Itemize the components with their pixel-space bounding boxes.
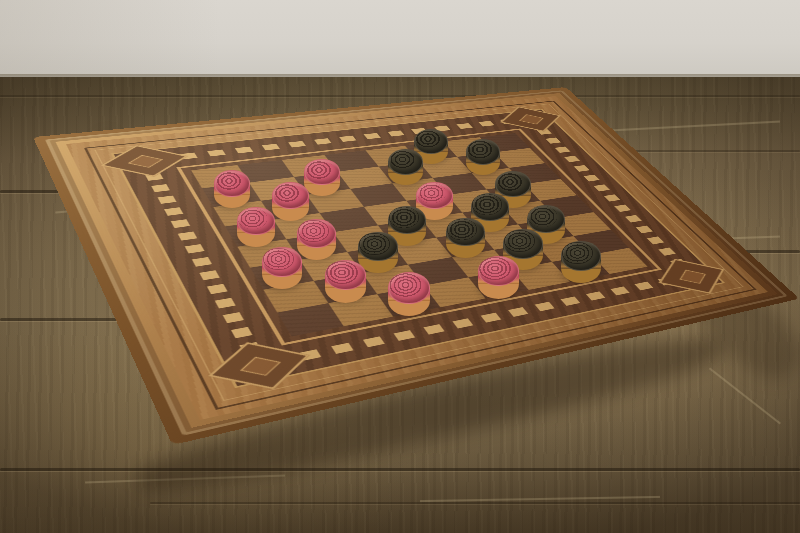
piece-top-face xyxy=(214,170,250,197)
concentric-rings-engraving xyxy=(238,208,268,229)
background-wall xyxy=(0,0,800,77)
concentric-rings-engraving xyxy=(528,206,558,227)
black-checker-piece[interactable] xyxy=(561,241,601,283)
black-checker-piece[interactable] xyxy=(388,149,423,185)
concentric-rings-engraving xyxy=(496,172,524,192)
concentric-rings-engraving xyxy=(415,130,441,148)
red-checker-piece[interactable] xyxy=(388,272,430,316)
concentric-rings-engraving xyxy=(389,150,416,169)
piece-top-face xyxy=(466,139,500,164)
concentric-rings-engraving xyxy=(326,261,358,284)
concentric-rings-engraving xyxy=(305,160,332,179)
concentric-rings-engraving xyxy=(467,140,493,159)
piece-top-face xyxy=(358,232,398,261)
piece-top-face xyxy=(262,247,303,277)
plank-seam xyxy=(0,468,800,471)
concentric-rings-engraving xyxy=(273,183,302,203)
red-checker-piece[interactable] xyxy=(325,260,367,303)
plank-seam xyxy=(0,95,800,97)
piece-top-face xyxy=(388,149,423,175)
plank-seam xyxy=(150,502,800,504)
black-checker-piece[interactable] xyxy=(466,139,500,175)
photo-scene xyxy=(0,0,800,533)
piece-top-face xyxy=(561,241,601,271)
concentric-rings-engraving xyxy=(472,194,501,215)
concentric-rings-engraving xyxy=(562,242,593,264)
red-checker-piece[interactable] xyxy=(304,159,340,196)
concentric-rings-engraving xyxy=(479,257,511,280)
red-checker-piece[interactable] xyxy=(297,219,336,260)
red-checker-piece[interactable] xyxy=(272,182,309,220)
concentric-rings-engraving xyxy=(417,183,446,203)
red-checker-piece[interactable] xyxy=(214,170,250,208)
piece-top-face xyxy=(388,206,426,234)
piece-top-face xyxy=(272,182,309,209)
red-checker-piece[interactable] xyxy=(478,256,519,299)
concentric-rings-engraving xyxy=(263,248,295,270)
concentric-rings-engraving xyxy=(359,233,390,255)
piece-top-face xyxy=(503,229,543,258)
concentric-rings-engraving xyxy=(447,219,477,240)
concentric-rings-engraving xyxy=(389,273,422,296)
concentric-rings-engraving xyxy=(389,207,419,228)
piece-top-face xyxy=(446,218,485,247)
concentric-rings-engraving xyxy=(504,230,535,252)
red-checker-piece[interactable] xyxy=(262,247,303,289)
concentric-rings-engraving xyxy=(215,171,243,191)
concentric-rings-engraving xyxy=(298,220,328,242)
piece-top-face xyxy=(388,272,430,303)
black-checker-piece[interactable] xyxy=(446,218,485,259)
red-checker-piece[interactable] xyxy=(237,207,275,247)
